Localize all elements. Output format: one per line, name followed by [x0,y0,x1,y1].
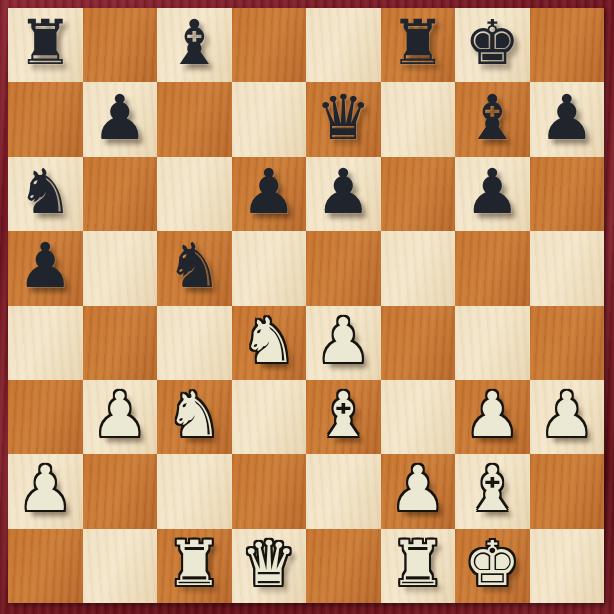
square-g4[interactable] [455,306,530,380]
square-a1[interactable] [8,529,83,603]
square-d7[interactable] [232,82,307,156]
piece-black-queen[interactable]: ♛ [315,87,371,149]
square-g7[interactable]: ♝ [455,82,530,156]
piece-black-pawn[interactable]: ♟ [464,161,520,223]
square-f2[interactable]: ♟ [381,454,456,528]
piece-black-bishop[interactable]: ♝ [464,87,520,149]
chess-board: ♜♝♜♚♟♛♝♟♞♟♟♟♟♞♞♟♟♞♝♟♟♟♟♝♜♛♜♚ [8,8,604,603]
square-d4[interactable]: ♞ [232,306,307,380]
piece-white-pawn[interactable]: ♟ [315,310,371,372]
piece-black-bishop[interactable]: ♝ [166,12,222,74]
square-a2[interactable]: ♟ [8,454,83,528]
square-a5[interactable]: ♟ [8,231,83,305]
square-h2[interactable] [530,454,605,528]
square-c3[interactable]: ♞ [157,380,232,454]
square-a7[interactable] [8,82,83,156]
square-d6[interactable]: ♟ [232,157,307,231]
square-h8[interactable] [530,8,605,82]
square-e2[interactable] [306,454,381,528]
square-b4[interactable] [83,306,158,380]
piece-white-pawn[interactable]: ♟ [390,458,446,520]
square-h4[interactable] [530,306,605,380]
square-d3[interactable] [232,380,307,454]
square-f6[interactable] [381,157,456,231]
square-a3[interactable] [8,380,83,454]
square-f5[interactable] [381,231,456,305]
square-g6[interactable]: ♟ [455,157,530,231]
square-d8[interactable] [232,8,307,82]
square-h3[interactable]: ♟ [530,380,605,454]
piece-white-bishop[interactable]: ♝ [315,384,371,446]
square-f8[interactable]: ♜ [381,8,456,82]
piece-black-pawn[interactable]: ♟ [92,87,148,149]
piece-white-pawn[interactable]: ♟ [92,384,148,446]
piece-white-pawn[interactable]: ♟ [17,458,73,520]
square-b8[interactable] [83,8,158,82]
piece-black-pawn[interactable]: ♟ [17,235,73,297]
piece-white-knight[interactable]: ♞ [241,310,297,372]
piece-black-rook[interactable]: ♜ [17,12,73,74]
piece-black-knight[interactable]: ♞ [17,161,73,223]
square-g8[interactable]: ♚ [455,8,530,82]
square-h6[interactable] [530,157,605,231]
square-e6[interactable]: ♟ [306,157,381,231]
piece-white-rook[interactable]: ♜ [166,533,222,595]
piece-black-pawn[interactable]: ♟ [539,87,595,149]
piece-black-rook[interactable]: ♜ [390,12,446,74]
square-g2[interactable]: ♝ [455,454,530,528]
square-g5[interactable] [455,231,530,305]
square-e7[interactable]: ♛ [306,82,381,156]
square-b1[interactable] [83,529,158,603]
square-b2[interactable] [83,454,158,528]
square-f7[interactable] [381,82,456,156]
piece-black-pawn[interactable]: ♟ [315,161,371,223]
piece-white-knight[interactable]: ♞ [166,384,222,446]
square-e4[interactable]: ♟ [306,306,381,380]
square-c7[interactable] [157,82,232,156]
square-e3[interactable]: ♝ [306,380,381,454]
square-c5[interactable]: ♞ [157,231,232,305]
square-g1[interactable]: ♚ [455,529,530,603]
square-e1[interactable] [306,529,381,603]
square-b7[interactable]: ♟ [83,82,158,156]
square-b6[interactable] [83,157,158,231]
square-f1[interactable]: ♜ [381,529,456,603]
square-b5[interactable] [83,231,158,305]
square-d5[interactable] [232,231,307,305]
piece-black-knight[interactable]: ♞ [166,235,222,297]
square-d1[interactable]: ♛ [232,529,307,603]
square-a8[interactable]: ♜ [8,8,83,82]
square-a6[interactable]: ♞ [8,157,83,231]
square-c8[interactable]: ♝ [157,8,232,82]
piece-white-queen[interactable]: ♛ [241,533,297,595]
board-frame: ♜♝♜♚♟♛♝♟♞♟♟♟♟♞♞♟♟♞♝♟♟♟♟♝♜♛♜♚ [0,0,614,614]
square-g3[interactable]: ♟ [455,380,530,454]
square-f3[interactable] [381,380,456,454]
square-e8[interactable] [306,8,381,82]
piece-black-king[interactable]: ♚ [464,12,520,74]
piece-black-pawn[interactable]: ♟ [241,161,297,223]
square-e5[interactable] [306,231,381,305]
square-c2[interactable] [157,454,232,528]
square-b3[interactable]: ♟ [83,380,158,454]
piece-white-bishop[interactable]: ♝ [464,458,520,520]
square-h5[interactable] [530,231,605,305]
piece-white-pawn[interactable]: ♟ [464,384,520,446]
piece-white-rook[interactable]: ♜ [390,533,446,595]
square-a4[interactable] [8,306,83,380]
piece-white-pawn[interactable]: ♟ [539,384,595,446]
square-c4[interactable] [157,306,232,380]
square-d2[interactable] [232,454,307,528]
piece-white-king[interactable]: ♚ [464,533,520,595]
square-h7[interactable]: ♟ [530,82,605,156]
square-c1[interactable]: ♜ [157,529,232,603]
square-c6[interactable] [157,157,232,231]
square-f4[interactable] [381,306,456,380]
square-h1[interactable] [530,529,605,603]
